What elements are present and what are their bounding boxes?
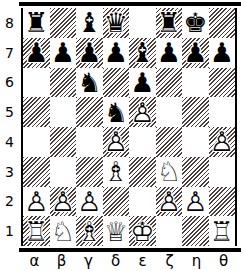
rank-label-5: 5 <box>0 97 19 127</box>
white-knight-b1: ♞♘ <box>50 216 77 246</box>
black-rook-a8: ♜ <box>23 8 50 38</box>
white-pawn-d4: ♟♙ <box>103 127 130 157</box>
piece-outline-layer: ♙ <box>182 187 209 217</box>
white-rook-a1: ♜♖ <box>23 216 50 246</box>
square-b6[interactable] <box>50 68 77 98</box>
white-pawn-h4: ♟♙ <box>209 127 236 157</box>
square-a8[interactable]: ♜ <box>23 8 50 38</box>
square-e8[interactable] <box>129 8 156 38</box>
white-pawn-c2: ♟♙ <box>76 187 103 217</box>
square-c5[interactable] <box>76 97 103 127</box>
square-d6[interactable] <box>103 68 130 98</box>
square-e6[interactable]: ♟ <box>129 68 156 98</box>
square-f8[interactable]: ♜ <box>156 8 183 38</box>
square-g2[interactable]: ♟♙ <box>182 187 209 217</box>
square-h7[interactable]: ♟ <box>209 38 236 68</box>
square-b4[interactable] <box>50 127 77 157</box>
square-a3[interactable] <box>23 157 50 187</box>
square-e3[interactable] <box>129 157 156 187</box>
black-pawn-f7: ♟ <box>156 38 183 68</box>
piece-fill-layer: ♞ <box>103 97 130 127</box>
piece-outline-layer: ♙ <box>156 187 183 217</box>
square-e2[interactable] <box>129 187 156 217</box>
black-pawn-e6: ♟ <box>129 68 156 98</box>
square-g5[interactable] <box>182 97 209 127</box>
square-f3[interactable]: ♞♘ <box>156 157 183 187</box>
piece-outline-layer: ♖ <box>209 216 236 246</box>
square-e5[interactable]: ♟♙ <box>129 97 156 127</box>
piece-fill-layer: ♟ <box>209 38 236 68</box>
square-b5[interactable] <box>50 97 77 127</box>
square-c3[interactable] <box>76 157 103 187</box>
piece-fill-layer: ♟ <box>23 38 50 68</box>
black-pawn-h7: ♟ <box>209 38 236 68</box>
square-a5[interactable] <box>23 97 50 127</box>
chess-diagram: 87654321 ♜♝♛♜♚♟♟♟♟♝♟♟♟♞♟♞♟♙♟♙♟♙♝♗♞♘♟♙♟♙♟… <box>0 0 244 271</box>
piece-fill-layer: ♛ <box>103 8 130 38</box>
square-e7[interactable]: ♝ <box>129 38 156 68</box>
white-pawn-g2: ♟♙ <box>182 187 209 217</box>
piece-outline-layer: ♙ <box>50 187 77 217</box>
square-d8[interactable]: ♛ <box>103 8 130 38</box>
white-pawn-e5: ♟♙ <box>129 97 156 127</box>
square-a1[interactable]: ♜♖ <box>23 216 50 246</box>
square-c4[interactable] <box>76 127 103 157</box>
square-b2[interactable]: ♟♙ <box>50 187 77 217</box>
file-label-d: δ <box>102 251 129 270</box>
file-label-a: α <box>21 251 48 270</box>
square-g7[interactable]: ♟ <box>182 38 209 68</box>
square-h5[interactable] <box>209 97 236 127</box>
piece-fill-layer: ♜ <box>156 8 183 38</box>
square-f2[interactable]: ♟♙ <box>156 187 183 217</box>
square-h3[interactable] <box>209 157 236 187</box>
black-knight-c6: ♞ <box>76 68 103 98</box>
piece-outline-layer: ♘ <box>50 216 77 246</box>
piece-fill-layer: ♟ <box>129 68 156 98</box>
rank-labels: 87654321 <box>0 8 19 246</box>
rank-label-7: 7 <box>0 38 19 68</box>
piece-fill-layer: ♝ <box>76 8 103 38</box>
black-pawn-a7: ♟ <box>23 38 50 68</box>
black-pawn-c7: ♟ <box>76 38 103 68</box>
piece-fill-layer: ♟ <box>50 38 77 68</box>
black-bishop-e7: ♝ <box>129 38 156 68</box>
square-b1[interactable]: ♞♘ <box>50 216 77 246</box>
file-label-e: ε <box>129 251 156 270</box>
white-king-e1: ♚♔ <box>129 216 156 246</box>
piece-outline-layer: ♙ <box>209 127 236 157</box>
square-d1[interactable]: ♛♕ <box>103 216 130 246</box>
white-rook-h1: ♜♖ <box>209 216 236 246</box>
file-label-b: β <box>48 251 75 270</box>
square-d4[interactable]: ♟♙ <box>103 127 130 157</box>
piece-outline-layer: ♕ <box>103 216 130 246</box>
rank-label-2: 2 <box>0 187 19 217</box>
black-pawn-g7: ♟ <box>182 38 209 68</box>
square-d7[interactable]: ♟ <box>103 38 130 68</box>
file-label-f: ζ <box>156 251 183 270</box>
square-b7[interactable]: ♟ <box>50 38 77 68</box>
piece-outline-layer: ♖ <box>23 216 50 246</box>
piece-outline-layer: ♙ <box>129 97 156 127</box>
piece-outline-layer: ♘ <box>156 157 183 187</box>
black-pawn-b7: ♟ <box>50 38 77 68</box>
piece-outline-layer: ♙ <box>76 187 103 217</box>
piece-fill-layer: ♟ <box>103 38 130 68</box>
piece-outline-layer: ♙ <box>103 127 130 157</box>
square-e1[interactable]: ♚♔ <box>129 216 156 246</box>
square-c6[interactable]: ♞ <box>76 68 103 98</box>
square-c2[interactable]: ♟♙ <box>76 187 103 217</box>
rank-label-6: 6 <box>0 68 19 98</box>
square-g3[interactable] <box>182 157 209 187</box>
square-a6[interactable] <box>23 68 50 98</box>
piece-fill-layer: ♞ <box>76 68 103 98</box>
square-d5[interactable]: ♞ <box>103 97 130 127</box>
white-knight-f3: ♞♘ <box>156 157 183 187</box>
black-rook-f8: ♜ <box>156 8 183 38</box>
white-pawn-f2: ♟♙ <box>156 187 183 217</box>
black-king-g8: ♚ <box>182 8 209 38</box>
piece-outline-layer: ♗ <box>103 157 130 187</box>
square-h6[interactable] <box>209 68 236 98</box>
square-f5[interactable] <box>156 97 183 127</box>
square-g6[interactable] <box>182 68 209 98</box>
square-c8[interactable]: ♝ <box>76 8 103 38</box>
rank-label-1: 1 <box>0 216 19 246</box>
black-bishop-c8: ♝ <box>76 8 103 38</box>
square-f1[interactable] <box>156 216 183 246</box>
square-a4[interactable] <box>23 127 50 157</box>
square-b8[interactable] <box>50 8 77 38</box>
file-labels: αβγδεζηθ <box>21 251 237 270</box>
rank-label-8: 8 <box>0 8 19 38</box>
white-pawn-b2: ♟♙ <box>50 187 77 217</box>
square-c7[interactable]: ♟ <box>76 38 103 68</box>
square-g4[interactable] <box>182 127 209 157</box>
square-a7[interactable]: ♟ <box>23 38 50 68</box>
square-c1[interactable]: ♝♗ <box>76 216 103 246</box>
square-b3[interactable] <box>50 157 77 187</box>
white-queen-d1: ♛♕ <box>103 216 130 246</box>
square-h4[interactable]: ♟♙ <box>209 127 236 157</box>
piece-fill-layer: ♟ <box>182 38 209 68</box>
rank-label-4: 4 <box>0 127 19 157</box>
white-pawn-a2: ♟♙ <box>23 187 50 217</box>
piece-outline-layer: ♗ <box>76 216 103 246</box>
file-label-c: γ <box>75 251 102 270</box>
piece-fill-layer: ♝ <box>129 38 156 68</box>
rank-label-3: 3 <box>0 157 19 187</box>
file-label-g: η <box>183 251 210 270</box>
piece-outline-layer: ♔ <box>129 216 156 246</box>
piece-fill-layer: ♚ <box>182 8 209 38</box>
black-pawn-d7: ♟ <box>103 38 130 68</box>
piece-fill-layer: ♟ <box>156 38 183 68</box>
square-d3[interactable]: ♝♗ <box>103 157 130 187</box>
black-knight-d5: ♞ <box>103 97 130 127</box>
black-queen-d8: ♛ <box>103 8 130 38</box>
piece-outline-layer: ♙ <box>23 187 50 217</box>
piece-fill-layer: ♜ <box>23 8 50 38</box>
square-e4[interactable] <box>129 127 156 157</box>
square-f6[interactable] <box>156 68 183 98</box>
file-label-h: θ <box>210 251 237 270</box>
square-a2[interactable]: ♟♙ <box>23 187 50 217</box>
chess-board: ♜♝♛♜♚♟♟♟♟♝♟♟♟♞♟♞♟♙♟♙♟♙♝♗♞♘♟♙♟♙♟♙♟♙♟♙♜♖♞♘… <box>21 8 237 246</box>
square-g1[interactable] <box>182 216 209 246</box>
top-rule <box>19 2 241 6</box>
square-f7[interactable]: ♟ <box>156 38 183 68</box>
square-h2[interactable] <box>209 187 236 217</box>
white-bishop-c1: ♝♗ <box>76 216 103 246</box>
square-f4[interactable] <box>156 127 183 157</box>
piece-fill-layer: ♟ <box>76 38 103 68</box>
square-d2[interactable] <box>103 187 130 217</box>
square-h8[interactable] <box>209 8 236 38</box>
square-h1[interactable]: ♜♖ <box>209 216 236 246</box>
white-bishop-d3: ♝♗ <box>103 157 130 187</box>
square-g8[interactable]: ♚ <box>182 8 209 38</box>
